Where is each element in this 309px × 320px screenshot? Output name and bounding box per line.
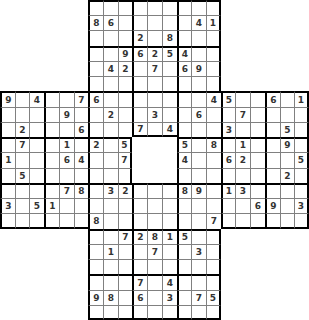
cell-r20c9[interactable] bbox=[132, 305, 147, 320]
cell-r13c10[interactable] bbox=[147, 198, 162, 213]
cell-r7c12[interactable] bbox=[177, 107, 191, 122]
cell-r4c11[interactable] bbox=[162, 61, 177, 76]
cell-r14c8[interactable] bbox=[118, 213, 132, 229]
cell-r5c13[interactable] bbox=[191, 76, 206, 91]
cell-r0c8[interactable] bbox=[118, 0, 132, 15]
cell-r1c6[interactable]: 8 bbox=[88, 15, 103, 30]
cell-r12c2[interactable] bbox=[29, 183, 44, 198]
cell-r14c5[interactable] bbox=[74, 213, 88, 229]
cell-r7c1[interactable] bbox=[15, 107, 29, 122]
cell-r14c18[interactable] bbox=[265, 213, 280, 229]
cell-r8c0[interactable] bbox=[0, 122, 15, 137]
cell-r0c13[interactable] bbox=[191, 0, 206, 15]
cell-r15c11[interactable]: 1 bbox=[162, 229, 177, 244]
cell-r9c2[interactable] bbox=[29, 137, 44, 152]
cell-r18c14[interactable] bbox=[206, 274, 221, 290]
cell-r3c10[interactable]: 2 bbox=[147, 46, 162, 61]
cell-r5c7[interactable] bbox=[103, 76, 118, 91]
cell-r6c10[interactable] bbox=[147, 91, 162, 107]
cell-r7c13[interactable]: 6 bbox=[191, 107, 206, 122]
cell-r20c7[interactable] bbox=[103, 305, 118, 320]
cell-r18c7[interactable] bbox=[103, 274, 118, 290]
cell-r17c6[interactable] bbox=[88, 259, 103, 274]
cell-r3c12[interactable]: 4 bbox=[177, 46, 191, 61]
given-digit: 7 bbox=[64, 187, 70, 196]
cell-r10c4[interactable]: 6 bbox=[59, 152, 74, 168]
cell-r20c10[interactable] bbox=[147, 305, 162, 320]
cell-r14c19[interactable] bbox=[280, 213, 294, 229]
cell-r4c9[interactable] bbox=[132, 61, 147, 76]
cell-r14c3[interactable] bbox=[44, 213, 59, 229]
cell-r13c8[interactable] bbox=[118, 198, 132, 213]
cell-r4c14[interactable] bbox=[206, 61, 221, 76]
cell-r7c14[interactable] bbox=[206, 107, 221, 122]
cell-r8c14[interactable] bbox=[206, 122, 221, 137]
cell-r7c16[interactable]: 7 bbox=[235, 107, 250, 122]
cell-r13c0[interactable]: 3 bbox=[0, 198, 15, 213]
cell-r15c7[interactable] bbox=[103, 229, 118, 244]
cell-r12c20[interactable] bbox=[294, 183, 309, 198]
cell-r14c7[interactable] bbox=[103, 213, 118, 229]
cell-r7c7[interactable]: 2 bbox=[103, 107, 118, 122]
cell-r20c13[interactable] bbox=[191, 305, 206, 320]
cell-r9c18[interactable] bbox=[265, 137, 280, 152]
cell-r14c12[interactable] bbox=[177, 213, 191, 229]
cell-r5c9[interactable] bbox=[132, 76, 147, 91]
cell-r11c8[interactable] bbox=[118, 168, 132, 183]
cell-r13c14[interactable] bbox=[206, 198, 221, 213]
cell-r17c14[interactable] bbox=[206, 259, 221, 274]
cell-r12c10[interactable] bbox=[147, 183, 162, 198]
cell-r0c11[interactable] bbox=[162, 0, 177, 15]
cell-r9c13[interactable] bbox=[191, 137, 206, 152]
cell-r16c11[interactable] bbox=[162, 244, 177, 259]
cell-r15c12[interactable]: 5 bbox=[177, 229, 191, 244]
cell-r17c10[interactable] bbox=[147, 259, 162, 274]
cell-r14c16[interactable] bbox=[235, 213, 250, 229]
cell-r6c8[interactable] bbox=[118, 91, 132, 107]
given-digit: 7 bbox=[137, 279, 143, 288]
cell-r8c12[interactable] bbox=[177, 122, 191, 137]
cell-r14c13[interactable] bbox=[191, 213, 206, 229]
cell-r2c9[interactable]: 2 bbox=[132, 30, 147, 46]
cell-r8c17[interactable] bbox=[250, 122, 265, 137]
cell-r7c17[interactable] bbox=[250, 107, 265, 122]
cell-r15c13[interactable] bbox=[191, 229, 206, 244]
cell-r11c19[interactable]: 2 bbox=[280, 168, 294, 183]
cell-r8c7[interactable] bbox=[103, 122, 118, 137]
cell-r11c13[interactable] bbox=[191, 168, 206, 183]
cell-r16c9[interactable] bbox=[132, 244, 147, 259]
cell-r19c7[interactable]: 8 bbox=[103, 290, 118, 305]
cell-r12c18[interactable] bbox=[265, 183, 280, 198]
cell-r6c5[interactable]: 7 bbox=[74, 91, 88, 107]
cell-r6c12[interactable] bbox=[177, 91, 191, 107]
cell-r10c3[interactable] bbox=[44, 152, 59, 168]
cell-r14c4[interactable] bbox=[59, 213, 74, 229]
cell-r6c11[interactable] bbox=[162, 91, 177, 107]
cell-r13c15[interactable] bbox=[221, 198, 235, 213]
cell-r19c11[interactable]: 3 bbox=[162, 290, 177, 305]
cell-r10c1[interactable] bbox=[15, 152, 29, 168]
cell-r9c14[interactable]: 8 bbox=[206, 137, 221, 152]
cell-r13c2[interactable]: 5 bbox=[29, 198, 44, 213]
cell-r3c14[interactable] bbox=[206, 46, 221, 61]
cell-r8c20[interactable] bbox=[294, 122, 309, 137]
cell-r1c7[interactable]: 6 bbox=[103, 15, 118, 30]
cell-r18c8[interactable] bbox=[118, 274, 132, 290]
cell-r6c16[interactable] bbox=[235, 91, 250, 107]
cell-r8c19[interactable]: 5 bbox=[280, 122, 294, 137]
cell-r11c14[interactable] bbox=[206, 168, 221, 183]
cell-r12c0[interactable] bbox=[0, 183, 15, 198]
given-digit: 5 bbox=[34, 202, 40, 211]
cell-r5c11[interactable] bbox=[162, 76, 177, 91]
cell-r19c12[interactable] bbox=[177, 290, 191, 305]
cell-r4c13[interactable]: 9 bbox=[191, 61, 206, 76]
cell-r10c5[interactable]: 4 bbox=[74, 152, 88, 168]
cell-r10c2[interactable] bbox=[29, 152, 44, 168]
cell-r6c4[interactable] bbox=[59, 91, 74, 107]
cell-r16c13[interactable]: 3 bbox=[191, 244, 206, 259]
cell-r5c6[interactable] bbox=[88, 76, 103, 91]
cell-r16c8[interactable] bbox=[118, 244, 132, 259]
cell-r9c8[interactable]: 5 bbox=[118, 137, 132, 152]
cell-r9c0[interactable] bbox=[0, 137, 15, 152]
cell-r15c14[interactable] bbox=[206, 229, 221, 244]
cell-r10c13[interactable] bbox=[191, 152, 206, 168]
cell-r8c16[interactable] bbox=[235, 122, 250, 137]
cell-r13c6[interactable] bbox=[88, 198, 103, 213]
cell-r9c5[interactable] bbox=[74, 137, 88, 152]
cell-r13c3[interactable]: 1 bbox=[44, 198, 59, 213]
cell-r3c11[interactable]: 5 bbox=[162, 46, 177, 61]
cell-r7c5[interactable] bbox=[74, 107, 88, 122]
cell-r6c1[interactable] bbox=[15, 91, 29, 107]
cell-r7c10[interactable]: 3 bbox=[147, 107, 162, 122]
cell-r9c6[interactable]: 2 bbox=[88, 137, 103, 152]
cell-r12c5[interactable]: 8 bbox=[74, 183, 88, 198]
cell-r19c14[interactable]: 5 bbox=[206, 290, 221, 305]
cell-r13c11[interactable] bbox=[162, 198, 177, 213]
cell-r18c13[interactable] bbox=[191, 274, 206, 290]
cell-r0c12[interactable] bbox=[177, 0, 191, 15]
cell-r16c10[interactable]: 7 bbox=[147, 244, 162, 259]
cell-r14c6[interactable]: 8 bbox=[88, 213, 103, 229]
cell-r7c11[interactable] bbox=[162, 107, 177, 122]
cell-r12c19[interactable] bbox=[280, 183, 294, 198]
cell-r0c14[interactable] bbox=[206, 0, 221, 15]
cell-r10c18[interactable] bbox=[265, 152, 280, 168]
cell-r14c2[interactable] bbox=[29, 213, 44, 229]
cell-r6c17[interactable] bbox=[250, 91, 265, 107]
cell-r20c11[interactable] bbox=[162, 305, 177, 320]
cell-r13c7[interactable] bbox=[103, 198, 118, 213]
cell-r10c16[interactable]: 2 bbox=[235, 152, 250, 168]
cell-r7c2[interactable] bbox=[29, 107, 44, 122]
cell-r8c15[interactable]: 3 bbox=[221, 122, 235, 137]
given-digit: 7 bbox=[122, 233, 128, 242]
cell-r12c1[interactable] bbox=[15, 183, 29, 198]
given-digit: 6 bbox=[255, 202, 261, 211]
cell-r9c16[interactable]: 1 bbox=[235, 137, 250, 152]
cell-r3c6[interactable] bbox=[88, 46, 103, 61]
cell-r16c12[interactable] bbox=[177, 244, 191, 259]
cell-r7c0[interactable] bbox=[0, 107, 15, 122]
given-digit: 5 bbox=[121, 141, 127, 150]
cell-r3c7[interactable] bbox=[103, 46, 118, 61]
cell-r0c9[interactable] bbox=[132, 0, 147, 15]
cell-r13c9[interactable] bbox=[132, 198, 147, 213]
cell-r2c13[interactable] bbox=[191, 30, 206, 46]
cell-r18c9[interactable]: 7 bbox=[132, 274, 147, 290]
cell-r18c11[interactable]: 4 bbox=[162, 274, 177, 290]
cell-r12c7[interactable]: 3 bbox=[103, 183, 118, 198]
cell-r18c12[interactable] bbox=[177, 274, 191, 290]
cell-r19c9[interactable]: 6 bbox=[132, 290, 147, 305]
given-digit: 1 bbox=[210, 19, 216, 28]
cell-r9c7[interactable] bbox=[103, 137, 118, 152]
cell-r19c10[interactable] bbox=[147, 290, 162, 305]
cell-r10c20[interactable]: 5 bbox=[294, 152, 309, 168]
cell-r10c12[interactable]: 4 bbox=[177, 152, 191, 168]
cell-r20c6[interactable] bbox=[88, 305, 103, 320]
cell-r12c9[interactable] bbox=[132, 183, 147, 198]
cell-r8c6[interactable] bbox=[88, 122, 103, 137]
cell-r3c13[interactable] bbox=[191, 46, 206, 61]
cell-r6c14[interactable]: 4 bbox=[206, 91, 221, 107]
cell-r2c10[interactable] bbox=[147, 30, 162, 46]
cell-r2c14[interactable] bbox=[206, 30, 221, 46]
cell-r12c14[interactable] bbox=[206, 183, 221, 198]
cell-r15c10[interactable]: 8 bbox=[147, 229, 162, 244]
cell-r9c19[interactable]: 9 bbox=[280, 137, 294, 152]
cell-r18c10[interactable] bbox=[147, 274, 162, 290]
cell-r11c20[interactable] bbox=[294, 168, 309, 183]
cell-r8c4[interactable] bbox=[59, 122, 74, 137]
cell-r6c15[interactable]: 5 bbox=[221, 91, 235, 107]
cell-r19c8[interactable] bbox=[118, 290, 132, 305]
cell-r13c4[interactable] bbox=[59, 198, 74, 213]
cell-r1c11[interactable] bbox=[162, 15, 177, 30]
cell-r17c9[interactable] bbox=[132, 259, 147, 274]
cell-r4c7[interactable]: 4 bbox=[103, 61, 118, 76]
cell-r10c7[interactable] bbox=[103, 152, 118, 168]
cell-r12c17[interactable] bbox=[250, 183, 265, 198]
cell-r14c1[interactable] bbox=[15, 213, 29, 229]
cell-r6c6[interactable]: 6 bbox=[88, 91, 103, 107]
cell-r8c9[interactable]: 7 bbox=[132, 122, 147, 137]
cell-r6c0[interactable]: 9 bbox=[0, 91, 15, 107]
cell-r11c18[interactable] bbox=[265, 168, 280, 183]
cell-r2c11[interactable]: 8 bbox=[162, 30, 177, 46]
cell-r7c18[interactable] bbox=[265, 107, 280, 122]
cell-r17c12[interactable] bbox=[177, 259, 191, 274]
cell-r11c2[interactable] bbox=[29, 168, 44, 183]
cell-r12c13[interactable]: 9 bbox=[191, 183, 206, 198]
cell-r2c6[interactable] bbox=[88, 30, 103, 46]
cell-r2c12[interactable] bbox=[177, 30, 191, 46]
cell-r10c6[interactable] bbox=[88, 152, 103, 168]
cell-r10c19[interactable] bbox=[280, 152, 294, 168]
cell-r14c10[interactable] bbox=[147, 213, 162, 229]
cell-r13c19[interactable] bbox=[280, 198, 294, 213]
cell-r10c15[interactable]: 6 bbox=[221, 152, 235, 168]
cell-r19c13[interactable]: 7 bbox=[191, 290, 206, 305]
cell-r8c1[interactable]: 2 bbox=[15, 122, 29, 137]
cell-r14c11[interactable] bbox=[162, 213, 177, 229]
cell-r0c10[interactable] bbox=[147, 0, 162, 15]
cell-r16c7[interactable]: 1 bbox=[103, 244, 118, 259]
cell-r7c15[interactable] bbox=[221, 107, 235, 122]
cell-r20c12[interactable] bbox=[177, 305, 191, 320]
cell-r11c7[interactable] bbox=[103, 168, 118, 183]
cell-r12c8[interactable]: 2 bbox=[118, 183, 132, 198]
given-digit: 8 bbox=[211, 141, 217, 150]
given-digit: 6 bbox=[64, 156, 70, 165]
cell-r11c12[interactable] bbox=[177, 168, 191, 183]
cell-r6c7[interactable] bbox=[103, 91, 118, 107]
cell-r8c8[interactable] bbox=[118, 122, 132, 137]
cell-r12c6[interactable] bbox=[88, 183, 103, 198]
cell-r4c12[interactable]: 6 bbox=[177, 61, 191, 76]
cell-r17c11[interactable] bbox=[162, 259, 177, 274]
cell-r5c10[interactable] bbox=[147, 76, 162, 91]
given-digit: 8 bbox=[152, 233, 158, 242]
cell-r9c20[interactable] bbox=[294, 137, 309, 152]
cell-r14c20[interactable] bbox=[294, 213, 309, 229]
cell-r6c19[interactable] bbox=[280, 91, 294, 107]
cell-r5c8[interactable] bbox=[118, 76, 132, 91]
cell-r11c15[interactable] bbox=[221, 168, 235, 183]
cell-r2c7[interactable] bbox=[103, 30, 118, 46]
cell-r7c4[interactable]: 9 bbox=[59, 107, 74, 122]
cell-r11c17[interactable] bbox=[250, 168, 265, 183]
cell-r14c9[interactable] bbox=[132, 213, 147, 229]
cell-r6c2[interactable]: 4 bbox=[29, 91, 44, 107]
given-digit: 8 bbox=[93, 19, 99, 28]
cell-r3c8[interactable]: 9 bbox=[118, 46, 132, 61]
cell-r17c13[interactable] bbox=[191, 259, 206, 274]
cell-r8c3[interactable] bbox=[44, 122, 59, 137]
cell-r8c2[interactable] bbox=[29, 122, 44, 137]
cell-r11c16[interactable] bbox=[235, 168, 250, 183]
cell-r4c8[interactable]: 2 bbox=[118, 61, 132, 76]
cell-r9c3[interactable] bbox=[44, 137, 59, 152]
cell-r11c3[interactable] bbox=[44, 168, 59, 183]
cell-r8c18[interactable] bbox=[265, 122, 280, 137]
cell-r6c13[interactable] bbox=[191, 91, 206, 107]
cell-r20c14[interactable] bbox=[206, 305, 221, 320]
cell-r6c9[interactable] bbox=[132, 91, 147, 107]
cell-r8c5[interactable]: 6 bbox=[74, 122, 88, 137]
cell-r7c3[interactable] bbox=[44, 107, 59, 122]
cell-r1c13[interactable]: 4 bbox=[191, 15, 206, 30]
cell-r13c18[interactable]: 9 bbox=[265, 198, 280, 213]
cell-r13c13[interactable] bbox=[191, 198, 206, 213]
cell-r16c14[interactable] bbox=[206, 244, 221, 259]
cell-r1c14[interactable]: 1 bbox=[206, 15, 221, 30]
cell-r3c9[interactable]: 6 bbox=[132, 46, 147, 61]
cell-r1c8[interactable] bbox=[118, 15, 132, 30]
cell-r12c15[interactable]: 1 bbox=[221, 183, 235, 198]
cell-r12c11[interactable] bbox=[162, 183, 177, 198]
cell-r9c1[interactable]: 7 bbox=[15, 137, 29, 152]
cell-r14c14[interactable]: 7 bbox=[206, 213, 221, 229]
cell-r9c4[interactable]: 1 bbox=[59, 137, 74, 152]
cell-r5c12[interactable] bbox=[177, 76, 191, 91]
cell-r11c4[interactable] bbox=[59, 168, 74, 183]
cell-r8c11[interactable]: 4 bbox=[162, 122, 177, 137]
cell-r11c5[interactable] bbox=[74, 168, 88, 183]
cell-r6c3[interactable] bbox=[44, 91, 59, 107]
cell-r7c9[interactable] bbox=[132, 107, 147, 122]
cell-r19c6[interactable]: 9 bbox=[88, 290, 103, 305]
given-digit: 6 bbox=[196, 111, 202, 120]
cell-r13c16[interactable] bbox=[235, 198, 250, 213]
cell-r15c8[interactable]: 7 bbox=[118, 229, 132, 244]
cell-r9c15[interactable] bbox=[221, 137, 235, 152]
cell-r10c0[interactable]: 1 bbox=[0, 152, 15, 168]
cell-r11c0[interactable] bbox=[0, 168, 15, 183]
cell-r4c10[interactable]: 7 bbox=[147, 61, 162, 76]
cell-r10c8[interactable]: 7 bbox=[118, 152, 132, 168]
cell-r1c9[interactable] bbox=[132, 15, 147, 30]
cell-r13c12[interactable] bbox=[177, 198, 191, 213]
cell-r14c0[interactable] bbox=[0, 213, 15, 229]
cell-r16c6[interactable] bbox=[88, 244, 103, 259]
cell-r13c1[interactable] bbox=[15, 198, 29, 213]
cell-r9c17[interactable] bbox=[250, 137, 265, 152]
cell-r1c12[interactable] bbox=[177, 15, 191, 30]
cell-r13c5[interactable] bbox=[74, 198, 88, 213]
cell-r0c6[interactable] bbox=[88, 0, 103, 15]
cell-r11c1[interactable]: 5 bbox=[15, 168, 29, 183]
cell-r12c3[interactable] bbox=[44, 183, 59, 198]
cell-r7c19[interactable] bbox=[280, 107, 294, 122]
cell-r10c14[interactable] bbox=[206, 152, 221, 168]
cell-r15c6[interactable] bbox=[88, 229, 103, 244]
cell-r14c17[interactable] bbox=[250, 213, 265, 229]
cell-r7c6[interactable] bbox=[88, 107, 103, 122]
cell-r17c7[interactable] bbox=[103, 259, 118, 274]
cell-r7c8[interactable] bbox=[118, 107, 132, 122]
cell-r11c6[interactable] bbox=[88, 168, 103, 183]
cell-r8c13[interactable] bbox=[191, 122, 206, 137]
cell-r13c17[interactable]: 6 bbox=[250, 198, 265, 213]
cell-r12c4[interactable]: 7 bbox=[59, 183, 74, 198]
cell-r9c12[interactable]: 5 bbox=[177, 137, 191, 152]
cell-r17c8[interactable] bbox=[118, 259, 132, 274]
cell-r4c6[interactable] bbox=[88, 61, 103, 76]
cell-r0c7[interactable] bbox=[103, 0, 118, 15]
cell-r5c14[interactable] bbox=[206, 76, 221, 91]
cell-r12c16[interactable]: 3 bbox=[235, 183, 250, 198]
cell-r8c10[interactable] bbox=[147, 122, 162, 137]
cell-r6c18[interactable]: 6 bbox=[265, 91, 280, 107]
cell-r1c10[interactable] bbox=[147, 15, 162, 30]
cell-r6c20[interactable]: 1 bbox=[294, 91, 309, 107]
cell-r18c6[interactable] bbox=[88, 274, 103, 290]
cell-r13c20[interactable]: 3 bbox=[294, 198, 309, 213]
cell-r2c8[interactable] bbox=[118, 30, 132, 46]
cell-r12c12[interactable]: 8 bbox=[177, 183, 191, 198]
cell-r7c20[interactable] bbox=[294, 107, 309, 122]
cell-r15c9[interactable]: 2 bbox=[132, 229, 147, 244]
cell-r14c15[interactable] bbox=[221, 213, 235, 229]
cell-r10c17[interactable] bbox=[250, 152, 265, 168]
cell-r20c8[interactable] bbox=[118, 305, 132, 320]
